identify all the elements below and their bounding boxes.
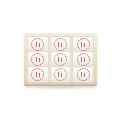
plum-ring-seal-icon: [31, 53, 44, 66]
plum-ring-seal-icon: [77, 53, 90, 66]
confection-grid: [27, 36, 94, 82]
wrapped-confection: [27, 66, 49, 83]
product-photo: [0, 0, 120, 120]
plum-ring-seal-icon: [31, 68, 44, 81]
plum-ring-seal-icon: [31, 38, 44, 51]
plum-ring-seal-icon: [77, 38, 90, 51]
wrapped-confection: [50, 66, 72, 83]
plum-ring-seal-icon: [54, 53, 67, 66]
wrapped-confection: [72, 66, 94, 83]
plum-ring-seal-icon: [54, 68, 67, 81]
plum-ring-seal-icon: [54, 38, 67, 51]
gift-box: [24, 33, 97, 86]
plum-ring-seal-icon: [77, 68, 90, 81]
box-tray: [27, 36, 94, 82]
